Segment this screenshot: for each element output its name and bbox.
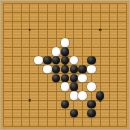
intersection[interactable] bbox=[34, 78, 43, 87]
intersection[interactable] bbox=[0, 0, 8, 8]
intersection[interactable] bbox=[43, 87, 52, 96]
black-stone bbox=[61, 47, 70, 56]
black-stone bbox=[70, 109, 79, 118]
intersection[interactable] bbox=[96, 0, 105, 8]
intersection[interactable] bbox=[43, 105, 52, 114]
intersection[interactable] bbox=[17, 61, 26, 70]
intersection[interactable] bbox=[25, 0, 34, 8]
intersection[interactable] bbox=[0, 96, 8, 105]
intersection[interactable] bbox=[61, 34, 70, 43]
intersection[interactable] bbox=[43, 78, 52, 87]
intersection[interactable] bbox=[87, 34, 96, 43]
intersection[interactable] bbox=[25, 8, 34, 17]
intersection[interactable] bbox=[52, 87, 61, 96]
intersection[interactable] bbox=[0, 69, 8, 78]
intersection[interactable] bbox=[96, 17, 105, 26]
intersection[interactable] bbox=[96, 78, 105, 87]
intersection[interactable] bbox=[34, 0, 43, 8]
intersection[interactable] bbox=[25, 113, 34, 122]
intersection[interactable] bbox=[78, 0, 87, 8]
intersection[interactable] bbox=[8, 8, 17, 17]
intersection[interactable] bbox=[113, 52, 122, 61]
intersection[interactable] bbox=[61, 17, 70, 26]
intersection[interactable] bbox=[113, 113, 122, 122]
black-stone bbox=[70, 74, 79, 83]
intersection[interactable] bbox=[25, 96, 34, 105]
intersection[interactable] bbox=[0, 8, 8, 17]
intersection[interactable] bbox=[105, 8, 114, 17]
intersection[interactable] bbox=[25, 34, 34, 43]
intersection[interactable] bbox=[52, 17, 61, 26]
intersection[interactable] bbox=[17, 113, 26, 122]
white-stone bbox=[61, 39, 70, 48]
white-stone bbox=[61, 83, 70, 92]
intersection[interactable] bbox=[105, 105, 114, 114]
intersection[interactable] bbox=[25, 25, 34, 34]
intersection[interactable] bbox=[113, 8, 122, 17]
intersection[interactable] bbox=[52, 0, 61, 8]
intersection[interactable] bbox=[43, 34, 52, 43]
intersection[interactable] bbox=[8, 43, 17, 52]
intersection[interactable] bbox=[87, 122, 96, 130]
intersection[interactable] bbox=[122, 25, 130, 34]
intersection[interactable] bbox=[17, 17, 26, 26]
intersection[interactable] bbox=[8, 34, 17, 43]
intersection[interactable] bbox=[25, 61, 34, 70]
intersection[interactable] bbox=[105, 43, 114, 52]
intersection[interactable] bbox=[105, 52, 114, 61]
black-stone bbox=[52, 56, 61, 64]
black-stone bbox=[70, 65, 79, 74]
intersection[interactable] bbox=[87, 25, 96, 34]
intersection[interactable] bbox=[105, 78, 114, 87]
black-stone bbox=[61, 56, 70, 64]
intersection[interactable] bbox=[8, 105, 17, 114]
intersection[interactable] bbox=[87, 0, 96, 8]
intersection[interactable] bbox=[96, 25, 105, 34]
board-grid bbox=[0, 0, 130, 130]
intersection[interactable] bbox=[87, 52, 96, 61]
intersection[interactable] bbox=[69, 0, 78, 8]
intersection[interactable] bbox=[113, 96, 122, 105]
intersection[interactable] bbox=[0, 87, 8, 96]
intersection[interactable] bbox=[69, 8, 78, 17]
intersection[interactable] bbox=[96, 122, 105, 130]
intersection[interactable] bbox=[96, 8, 105, 17]
intersection[interactable] bbox=[78, 43, 87, 52]
intersection[interactable] bbox=[17, 122, 26, 130]
white-stone bbox=[34, 56, 43, 64]
intersection[interactable] bbox=[87, 96, 96, 105]
gomoku-board bbox=[0, 0, 130, 130]
intersection[interactable] bbox=[96, 52, 105, 61]
intersection[interactable] bbox=[34, 87, 43, 96]
intersection[interactable] bbox=[96, 69, 105, 78]
intersection[interactable] bbox=[69, 43, 78, 52]
intersection[interactable] bbox=[0, 122, 8, 130]
intersection[interactable] bbox=[52, 8, 61, 17]
black-stone bbox=[87, 109, 96, 118]
intersection[interactable] bbox=[96, 61, 105, 70]
intersection[interactable] bbox=[8, 87, 17, 96]
intersection[interactable] bbox=[105, 0, 114, 8]
intersection[interactable] bbox=[105, 17, 114, 26]
black-stone bbox=[61, 100, 70, 109]
intersection[interactable] bbox=[87, 17, 96, 26]
intersection[interactable] bbox=[25, 17, 34, 26]
intersection[interactable] bbox=[17, 69, 26, 78]
intersection[interactable] bbox=[34, 34, 43, 43]
intersection[interactable] bbox=[113, 43, 122, 52]
intersection[interactable] bbox=[113, 25, 122, 34]
intersection[interactable] bbox=[17, 87, 26, 96]
intersection[interactable] bbox=[25, 43, 34, 52]
intersection[interactable] bbox=[52, 105, 61, 114]
intersection[interactable] bbox=[25, 105, 34, 114]
intersection[interactable] bbox=[34, 96, 43, 105]
intersection[interactable] bbox=[87, 8, 96, 17]
intersection[interactable] bbox=[0, 25, 8, 34]
intersection[interactable] bbox=[105, 122, 114, 130]
intersection[interactable] bbox=[34, 105, 43, 114]
intersection[interactable] bbox=[8, 122, 17, 130]
intersection[interactable] bbox=[69, 105, 78, 114]
intersection[interactable] bbox=[105, 34, 114, 43]
intersection[interactable] bbox=[0, 78, 8, 87]
intersection[interactable] bbox=[122, 105, 130, 114]
intersection[interactable] bbox=[52, 25, 61, 34]
intersection[interactable] bbox=[113, 17, 122, 26]
intersection[interactable] bbox=[17, 43, 26, 52]
intersection[interactable] bbox=[34, 8, 43, 17]
intersection[interactable] bbox=[52, 113, 61, 122]
intersection[interactable] bbox=[61, 122, 70, 130]
intersection[interactable] bbox=[34, 25, 43, 34]
intersection[interactable] bbox=[0, 113, 8, 122]
intersection[interactable] bbox=[17, 0, 26, 8]
black-stone bbox=[43, 56, 52, 64]
intersection[interactable] bbox=[105, 87, 114, 96]
intersection[interactable] bbox=[113, 87, 122, 96]
intersection[interactable] bbox=[25, 52, 34, 61]
intersection[interactable] bbox=[0, 52, 8, 61]
black-stone bbox=[52, 65, 61, 74]
intersection[interactable] bbox=[122, 78, 130, 87]
intersection[interactable] bbox=[78, 122, 87, 130]
intersection[interactable] bbox=[69, 34, 78, 43]
intersection[interactable] bbox=[8, 61, 17, 70]
intersection[interactable] bbox=[0, 17, 8, 26]
intersection[interactable] bbox=[69, 122, 78, 130]
intersection[interactable] bbox=[96, 87, 105, 96]
intersection[interactable] bbox=[69, 52, 78, 61]
intersection[interactable] bbox=[17, 78, 26, 87]
intersection[interactable] bbox=[113, 34, 122, 43]
intersection[interactable] bbox=[8, 25, 17, 34]
intersection[interactable] bbox=[113, 61, 122, 70]
intersection[interactable] bbox=[52, 34, 61, 43]
intersection[interactable] bbox=[105, 61, 114, 70]
intersection[interactable] bbox=[61, 0, 70, 8]
intersection[interactable] bbox=[69, 25, 78, 34]
intersection[interactable] bbox=[34, 69, 43, 78]
white-stone bbox=[87, 83, 96, 92]
intersection[interactable] bbox=[96, 43, 105, 52]
intersection[interactable] bbox=[122, 34, 130, 43]
intersection[interactable] bbox=[122, 113, 130, 122]
intersection[interactable] bbox=[122, 0, 130, 8]
intersection[interactable] bbox=[113, 0, 122, 8]
intersection[interactable] bbox=[8, 113, 17, 122]
intersection[interactable] bbox=[122, 96, 130, 105]
intersection[interactable] bbox=[96, 34, 105, 43]
intersection[interactable] bbox=[43, 113, 52, 122]
intersection[interactable] bbox=[8, 96, 17, 105]
intersection[interactable] bbox=[25, 69, 34, 78]
intersection[interactable] bbox=[122, 52, 130, 61]
intersection[interactable] bbox=[78, 17, 87, 26]
intersection[interactable] bbox=[96, 105, 105, 114]
intersection[interactable] bbox=[17, 34, 26, 43]
intersection[interactable] bbox=[43, 122, 52, 130]
intersection[interactable] bbox=[78, 113, 87, 122]
intersection[interactable] bbox=[78, 25, 87, 34]
intersection[interactable] bbox=[17, 25, 26, 34]
intersection[interactable] bbox=[17, 96, 26, 105]
intersection[interactable] bbox=[8, 78, 17, 87]
intersection[interactable] bbox=[8, 52, 17, 61]
black-stone bbox=[70, 83, 79, 92]
intersection[interactable] bbox=[78, 61, 87, 70]
intersection[interactable] bbox=[0, 43, 8, 52]
intersection[interactable] bbox=[52, 43, 61, 52]
intersection[interactable] bbox=[34, 113, 43, 122]
white-stone bbox=[70, 91, 79, 100]
intersection[interactable] bbox=[122, 69, 130, 78]
intersection[interactable] bbox=[34, 52, 43, 61]
intersection[interactable] bbox=[113, 122, 122, 130]
intersection[interactable] bbox=[25, 87, 34, 96]
intersection[interactable] bbox=[122, 43, 130, 52]
intersection[interactable] bbox=[61, 96, 70, 105]
intersection[interactable] bbox=[52, 96, 61, 105]
intersection[interactable] bbox=[61, 8, 70, 17]
intersection[interactable] bbox=[34, 122, 43, 130]
intersection[interactable] bbox=[69, 17, 78, 26]
intersection[interactable] bbox=[105, 96, 114, 105]
intersection[interactable] bbox=[43, 8, 52, 17]
intersection[interactable] bbox=[25, 78, 34, 87]
intersection[interactable] bbox=[78, 87, 87, 96]
intersection[interactable] bbox=[43, 17, 52, 26]
intersection[interactable] bbox=[25, 122, 34, 130]
intersection[interactable] bbox=[0, 61, 8, 70]
white-stone bbox=[78, 91, 87, 100]
intersection[interactable] bbox=[113, 69, 122, 78]
intersection[interactable] bbox=[78, 52, 87, 61]
intersection[interactable] bbox=[122, 87, 130, 96]
intersection[interactable] bbox=[61, 113, 70, 122]
intersection[interactable] bbox=[43, 96, 52, 105]
intersection[interactable] bbox=[78, 8, 87, 17]
intersection[interactable] bbox=[113, 105, 122, 114]
intersection[interactable] bbox=[113, 78, 122, 87]
intersection[interactable] bbox=[52, 122, 61, 130]
intersection[interactable] bbox=[43, 43, 52, 52]
intersection[interactable] bbox=[78, 105, 87, 114]
black-stone bbox=[87, 56, 96, 64]
white-stone bbox=[78, 74, 87, 83]
intersection[interactable] bbox=[61, 25, 70, 34]
intersection[interactable] bbox=[17, 8, 26, 17]
intersection[interactable] bbox=[17, 52, 26, 61]
intersection[interactable] bbox=[87, 43, 96, 52]
intersection[interactable] bbox=[87, 78, 96, 87]
white-stone bbox=[43, 65, 52, 74]
intersection[interactable] bbox=[122, 17, 130, 26]
intersection[interactable] bbox=[17, 105, 26, 114]
intersection[interactable] bbox=[8, 17, 17, 26]
intersection[interactable] bbox=[8, 69, 17, 78]
white-stone bbox=[87, 65, 96, 74]
intersection[interactable] bbox=[122, 61, 130, 70]
black-stone bbox=[61, 65, 70, 74]
intersection[interactable] bbox=[8, 0, 17, 8]
intersection[interactable] bbox=[34, 43, 43, 52]
black-stone bbox=[96, 91, 105, 100]
intersection[interactable] bbox=[43, 0, 52, 8]
intersection[interactable] bbox=[105, 69, 114, 78]
black-stone bbox=[87, 100, 96, 109]
intersection[interactable] bbox=[122, 8, 130, 17]
intersection[interactable] bbox=[78, 34, 87, 43]
intersection[interactable] bbox=[105, 113, 114, 122]
intersection[interactable] bbox=[0, 105, 8, 114]
intersection[interactable] bbox=[43, 25, 52, 34]
intersection[interactable] bbox=[43, 52, 52, 61]
white-stone bbox=[70, 56, 79, 64]
white-stone bbox=[52, 47, 61, 56]
intersection[interactable] bbox=[122, 122, 130, 130]
intersection[interactable] bbox=[105, 25, 114, 34]
intersection[interactable] bbox=[0, 34, 8, 43]
black-stone bbox=[52, 74, 61, 83]
intersection[interactable] bbox=[96, 113, 105, 122]
black-stone bbox=[61, 74, 70, 83]
intersection[interactable] bbox=[34, 17, 43, 26]
black-stone bbox=[78, 65, 87, 74]
